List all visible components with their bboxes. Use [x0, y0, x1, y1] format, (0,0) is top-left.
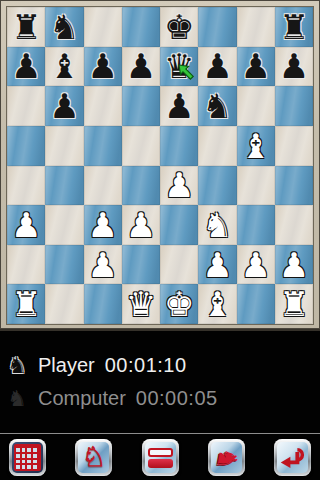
- white-pawn: ♟: [87, 248, 117, 282]
- last-move-green-arrow-icon: [176, 62, 198, 84]
- black-pawn: ♟: [11, 49, 41, 83]
- black-bishop: ♝: [49, 49, 79, 83]
- white-pawn: ♟: [126, 208, 156, 242]
- white-rook: ♜: [279, 287, 309, 321]
- square-h3[interactable]: [275, 205, 313, 245]
- square-g2[interactable]: ♟: [237, 245, 275, 285]
- white-pawn: ♟: [202, 248, 232, 282]
- square-d4[interactable]: [122, 166, 160, 206]
- square-f1[interactable]: ♝: [198, 284, 236, 324]
- info-panel: ♞ Player 00:01:10 ♞ Computer 00:00:05 f8…: [0, 331, 320, 434]
- square-g8[interactable]: [237, 7, 275, 47]
- grid-icon: [14, 444, 41, 471]
- undo-move-button[interactable]: [274, 439, 311, 476]
- white-pawn: ♟: [164, 168, 194, 202]
- square-c3[interactable]: ♟: [84, 205, 122, 245]
- white-pawn: ♟: [279, 248, 309, 282]
- chess-board: ♜♞♚♜♟♝♟♟♛♟♟♟♟♟♞♝♟♟♟♟♞♟♟♟♟♜♛♚♝♜: [7, 7, 313, 324]
- square-c8[interactable]: [84, 7, 122, 47]
- tipped-knight-icon: ♞: [212, 445, 242, 472]
- square-c7[interactable]: ♟: [84, 47, 122, 87]
- square-a6[interactable]: [7, 86, 45, 126]
- white-bishop: ♝: [202, 287, 232, 321]
- square-g4[interactable]: [237, 166, 275, 206]
- square-g6[interactable]: [237, 86, 275, 126]
- square-h5[interactable]: [275, 126, 313, 166]
- computer-clock-row: ♞ Computer 00:00:05: [6, 387, 218, 410]
- square-b2[interactable]: [45, 245, 83, 285]
- white-pawn: ♟: [11, 208, 41, 242]
- white-queen: ♛: [126, 287, 156, 321]
- square-a2[interactable]: [7, 245, 45, 285]
- square-h6[interactable]: [275, 86, 313, 126]
- square-e6[interactable]: ♟: [160, 86, 198, 126]
- square-a4[interactable]: [7, 166, 45, 206]
- square-d3[interactable]: ♟: [122, 205, 160, 245]
- gray-knight-icon: ♞: [6, 388, 28, 410]
- square-b3[interactable]: [45, 205, 83, 245]
- board-frame: ♜♞♚♜♟♝♟♟♛♟♟♟♟♟♞♝♟♟♟♟♞♟♟♟♟♜♛♚♝♜: [0, 0, 320, 331]
- square-a5[interactable]: [7, 126, 45, 166]
- square-e7[interactable]: ♛: [160, 47, 198, 87]
- square-b7[interactable]: ♝: [45, 47, 83, 87]
- black-knight: ♞: [202, 89, 232, 123]
- square-g3[interactable]: [237, 205, 275, 245]
- undo-arrow-p-icon: [279, 444, 307, 472]
- square-h2[interactable]: ♟: [275, 245, 313, 285]
- square-e2[interactable]: [160, 245, 198, 285]
- bars-icon: [148, 448, 173, 468]
- white-rook: ♜: [11, 287, 41, 321]
- square-g1[interactable]: [237, 284, 275, 324]
- black-pawn: ♟: [202, 49, 232, 83]
- square-f3[interactable]: ♞: [198, 205, 236, 245]
- square-f4[interactable]: [198, 166, 236, 206]
- player-label: Player: [38, 354, 95, 377]
- toolbar: ♘ ♞: [0, 435, 320, 480]
- black-rook: ♜: [11, 10, 41, 44]
- square-a1[interactable]: ♜: [7, 284, 45, 324]
- black-pawn: ♟: [126, 49, 156, 83]
- square-e4[interactable]: ♟: [160, 166, 198, 206]
- square-d6[interactable]: [122, 86, 160, 126]
- white-king: ♚: [164, 287, 194, 321]
- square-h1[interactable]: ♜: [275, 284, 313, 324]
- square-e5[interactable]: [160, 126, 198, 166]
- panels-button[interactable]: [142, 439, 179, 476]
- square-f8[interactable]: [198, 7, 236, 47]
- square-h4[interactable]: [275, 166, 313, 206]
- white-pawn: ♟: [240, 248, 270, 282]
- computer-time: 00:00:05: [136, 387, 218, 410]
- square-e8[interactable]: ♚: [160, 7, 198, 47]
- computer-label: Computer: [38, 387, 126, 410]
- square-h8[interactable]: ♜: [275, 7, 313, 47]
- black-pawn: ♟: [279, 49, 309, 83]
- square-d5[interactable]: [122, 126, 160, 166]
- square-a7[interactable]: ♟: [7, 47, 45, 87]
- pieces-button[interactable]: ♘: [75, 439, 112, 476]
- square-d8[interactable]: [122, 7, 160, 47]
- square-b5[interactable]: [45, 126, 83, 166]
- square-a3[interactable]: ♟: [7, 205, 45, 245]
- square-b8[interactable]: ♞: [45, 7, 83, 47]
- square-f2[interactable]: ♟: [198, 245, 236, 285]
- square-c5[interactable]: [84, 126, 122, 166]
- chess-app-screen: ♜♞♚♜♟♝♟♟♛♟♟♟♟♟♞♝♟♟♟♟♞♟♟♟♟♜♛♚♝♜ ♞ Player …: [0, 0, 320, 480]
- board-setup-button[interactable]: [9, 439, 46, 476]
- square-d7[interactable]: ♟: [122, 47, 160, 87]
- white-bishop: ♝: [240, 129, 270, 163]
- black-knight-icon: ♞: [6, 355, 28, 377]
- square-b4[interactable]: [45, 166, 83, 206]
- square-f7[interactable]: ♟: [198, 47, 236, 87]
- resign-button[interactable]: ♞: [208, 439, 245, 476]
- square-c1[interactable]: [84, 284, 122, 324]
- square-d2[interactable]: [122, 245, 160, 285]
- square-e1[interactable]: ♚: [160, 284, 198, 324]
- black-knight: ♞: [49, 10, 79, 44]
- square-g5[interactable]: ♝: [237, 126, 275, 166]
- square-c2[interactable]: ♟: [84, 245, 122, 285]
- square-b1[interactable]: [45, 284, 83, 324]
- white-knight: ♞: [202, 208, 232, 242]
- black-pawn: ♟: [240, 49, 270, 83]
- white-pawn: ♟: [87, 208, 117, 242]
- black-rook: ♜: [279, 10, 309, 44]
- black-king: ♚: [164, 10, 194, 44]
- square-h7[interactable]: ♟: [275, 47, 313, 87]
- player-time: 00:01:10: [105, 354, 187, 377]
- square-e3[interactable]: [160, 205, 198, 245]
- square-g7[interactable]: ♟: [237, 47, 275, 87]
- square-d1[interactable]: ♛: [122, 284, 160, 324]
- square-c4[interactable]: [84, 166, 122, 206]
- knight-icon: ♘: [82, 444, 106, 471]
- square-f6[interactable]: ♞: [198, 86, 236, 126]
- player-clock-row: ♞ Player 00:01:10: [6, 354, 187, 377]
- black-pawn: ♟: [49, 89, 79, 123]
- square-c6[interactable]: [84, 86, 122, 126]
- black-pawn: ♟: [87, 49, 117, 83]
- square-b6[interactable]: ♟: [45, 86, 83, 126]
- square-f5[interactable]: [198, 126, 236, 166]
- square-a8[interactable]: ♜: [7, 7, 45, 47]
- black-pawn: ♟: [164, 89, 194, 123]
